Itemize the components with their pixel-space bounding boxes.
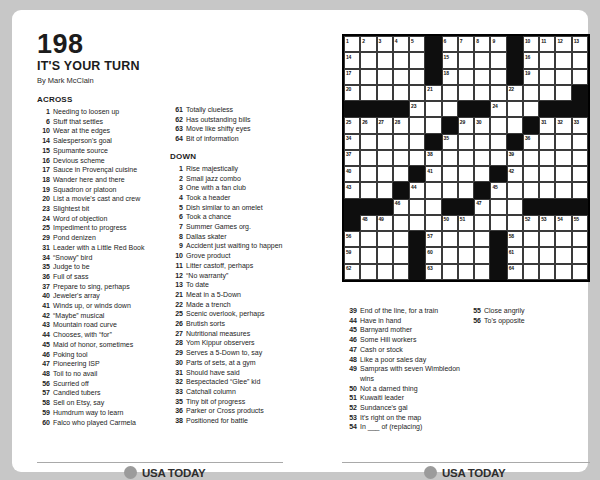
- grid-cell-r14-c1[interactable]: 59: [344, 247, 360, 263]
- clue-number: 57: [37, 388, 50, 398]
- clue-number: 29: [37, 233, 50, 243]
- grid-cell-r9-c6[interactable]: 41: [425, 166, 441, 182]
- grid-cell-r15-c11[interactable]: 64: [507, 264, 523, 280]
- clue-number: 26: [170, 319, 183, 329]
- clue-text: Close angrily: [484, 306, 524, 316]
- grid-cell-r2-c3[interactable]: [377, 52, 393, 68]
- grid-cell-r10-c11[interactable]: [507, 182, 523, 198]
- grid-cell-r11-c6[interactable]: [425, 199, 441, 215]
- grid-cell-r6-c2[interactable]: 26: [360, 117, 376, 133]
- grid-cell-r15-c8[interactable]: [458, 264, 474, 280]
- grid-cell-r4-c12[interactable]: [523, 85, 539, 101]
- grid-cell-r7-c15[interactable]: [572, 134, 588, 150]
- grid-cell-r13-c7[interactable]: [442, 231, 458, 247]
- grid-cell-r7-c4[interactable]: [393, 134, 409, 150]
- grid-cell-r8-c1[interactable]: 37: [344, 150, 360, 166]
- grid-cell-r15-c2[interactable]: [360, 264, 376, 280]
- grid-cell-r4-c14[interactable]: [555, 85, 571, 101]
- grid-cell-r5-c5[interactable]: 23: [409, 101, 425, 117]
- grid-cell-r14-c2[interactable]: [360, 247, 376, 263]
- grid-cell-r1-c12[interactable]: 10: [523, 36, 539, 52]
- grid-cell-r6-c13[interactable]: 31: [539, 117, 555, 133]
- grid-cell-r14-c7[interactable]: [442, 247, 458, 263]
- grid-cell-r9-c9[interactable]: [474, 166, 490, 182]
- clue-number: 44: [344, 316, 357, 326]
- grid-cell-r3-c8[interactable]: [458, 69, 474, 85]
- grid-cell-r7-c1[interactable]: 34: [344, 134, 360, 150]
- grid-cell-r2-c14[interactable]: [555, 52, 571, 68]
- clue-number: 35: [37, 262, 50, 272]
- clue-down-46: 46Some Hill workers: [344, 335, 466, 345]
- grid-cell-r8-c14[interactable]: [555, 150, 571, 166]
- clue-number: 27: [170, 329, 183, 339]
- grid-cell-r12-c5[interactable]: [409, 215, 425, 231]
- cell-number: 23: [411, 103, 416, 109]
- grid-cell-r6-c1[interactable]: 25: [344, 117, 360, 133]
- grid-cell-r5-c7[interactable]: [442, 101, 458, 117]
- grid-cell-r11-c7: [442, 199, 458, 215]
- grid-cell-r4-c8[interactable]: [458, 85, 474, 101]
- grid-cell-r4-c7[interactable]: [442, 85, 458, 101]
- grid-cell-r12-c14[interactable]: 54: [555, 215, 571, 231]
- grid-cell-r8-c15[interactable]: [572, 150, 588, 166]
- usatoday-logo-text: USA TODAY: [442, 467, 505, 479]
- grid-cell-r12-c9[interactable]: [474, 215, 490, 231]
- cell-number: 32: [557, 119, 562, 125]
- clue-text: Dallas skater: [186, 232, 226, 242]
- grid-cell-r3-c2[interactable]: [360, 69, 376, 85]
- grid-cell-r8-c12[interactable]: [523, 150, 539, 166]
- clue-down-10: 10Grove product: [170, 251, 294, 261]
- grid-cell-r7-c13[interactable]: [539, 134, 555, 150]
- cell-number: 39: [509, 151, 514, 157]
- grid-cell-r9-c4[interactable]: [393, 166, 409, 182]
- clue-across-34: 34“Snowy” bird: [37, 253, 171, 263]
- grid-cell-r7-c5[interactable]: [409, 134, 425, 150]
- grid-cell-r3-c10[interactable]: [490, 69, 506, 85]
- grid-cell-r13-c14[interactable]: [555, 231, 571, 247]
- clue-text: Candied tubers: [53, 388, 100, 398]
- grid-cell-r3-c4[interactable]: [393, 69, 409, 85]
- cell-number: 13: [574, 38, 579, 44]
- clue-text: Squadron or platoon: [53, 185, 116, 195]
- clue-number: 1: [37, 107, 50, 117]
- grid-cell-r4-c10[interactable]: [490, 85, 506, 101]
- grid-cell-r9-c14[interactable]: [555, 166, 571, 182]
- grid-cell-r10-c3[interactable]: [377, 182, 393, 198]
- usatoday-logo-text: USA TODAY: [142, 467, 205, 479]
- cell-number: 3: [379, 38, 382, 44]
- clue-number: 17: [37, 165, 50, 175]
- grid-cell-r12-c7[interactable]: 50: [442, 215, 458, 231]
- grid-cell-r10-c2[interactable]: [360, 182, 376, 198]
- cell-number: 59: [346, 249, 351, 255]
- grid-cell-r2-c13[interactable]: [539, 52, 555, 68]
- cell-number: 46: [395, 200, 400, 206]
- grid-cell-r6-c9[interactable]: 30: [474, 117, 490, 133]
- clue-text: Some Hill workers: [360, 335, 416, 345]
- clue-text: Mountain road curve: [53, 320, 117, 330]
- clue-number: 36: [170, 406, 183, 416]
- grid-cell-r8-c13[interactable]: [539, 150, 555, 166]
- clue-down-38: 38Positioned for battle: [170, 416, 294, 426]
- grid-cell-r1-c1[interactable]: 1: [344, 36, 360, 52]
- grid-cell-r8-c10[interactable]: [490, 150, 506, 166]
- usatoday-ball-icon: [124, 466, 137, 479]
- grid-cell-r14-c6[interactable]: 60: [425, 247, 441, 263]
- clue-text: Took a header: [186, 193, 230, 203]
- clue-text: Meat in a 5-Down: [186, 290, 241, 300]
- grid-cell-r2-c5[interactable]: [409, 52, 425, 68]
- grid-cell-r6-c11[interactable]: [507, 117, 523, 133]
- grid-cell-r11-c5[interactable]: [409, 199, 425, 215]
- grid-cell-r11-c4[interactable]: 46: [393, 199, 409, 215]
- cell-number: 29: [460, 119, 465, 125]
- cell-number: 64: [509, 265, 514, 271]
- clue-number: 53: [344, 413, 357, 423]
- grid-cell-r9-c2[interactable]: [360, 166, 376, 182]
- clue-across-62: 62Has outstanding bills: [170, 115, 294, 125]
- clue-across-56: 56Scurried off: [37, 379, 171, 389]
- cell-number: 16: [525, 54, 530, 60]
- grid-cell-r1-c3[interactable]: 3: [377, 36, 393, 52]
- grid-cell-r11-c10[interactable]: [490, 199, 506, 215]
- clue-down-2: 2Small jazz combo: [170, 174, 294, 184]
- grid-cell-r15-c15[interactable]: [572, 264, 588, 280]
- grid-cell-r13-c13[interactable]: [539, 231, 555, 247]
- grid-cell-r2-c12[interactable]: 16: [523, 52, 539, 68]
- grid-cell-r8-c7[interactable]: [442, 150, 458, 166]
- grid-cell-r13-c9[interactable]: [474, 231, 490, 247]
- grid-cell-r4-c5[interactable]: [409, 85, 425, 101]
- grid-cell-r15-c6[interactable]: 63: [425, 264, 441, 280]
- grid-cell-r5-c8: [458, 101, 474, 117]
- clue-across-35: 35Judge to be: [37, 262, 171, 272]
- clue-text: Barnyard mother: [360, 325, 412, 335]
- clue-number: 45: [344, 325, 357, 335]
- clue-number: 42: [37, 311, 50, 321]
- grid-cell-r12-c13[interactable]: 53: [539, 215, 555, 231]
- grid-cell-r11-c2: [360, 199, 376, 215]
- grid-cell-r10-c10[interactable]: 45: [490, 182, 506, 198]
- grid-cell-r1-c7[interactable]: 6: [442, 36, 458, 52]
- grid-cell-r8-c5[interactable]: [409, 150, 425, 166]
- grid-cell-r5-c10[interactable]: 24: [490, 101, 506, 117]
- grid-cell-r15-c1[interactable]: 62: [344, 264, 360, 280]
- grid-cell-r8-c8[interactable]: [458, 150, 474, 166]
- grid-cell-r11-c13: [539, 199, 555, 215]
- clue-across-37: 37Prepare to sing, perhaps: [37, 282, 171, 292]
- grid-cell-r3-c1[interactable]: 17: [344, 69, 360, 85]
- down-clues-column-3: 55Close angrily56To's opposite: [468, 306, 588, 325]
- grid-cell-r10-c9: [474, 182, 490, 198]
- clue-number: 49: [344, 364, 357, 383]
- grid-cell-r5-c12[interactable]: [523, 101, 539, 117]
- grid-cell-r15-c3[interactable]: [377, 264, 393, 280]
- grid-cell-r2-c2[interactable]: [360, 52, 376, 68]
- grid-cell-r14-c9[interactable]: [474, 247, 490, 263]
- clue-text: Not a darned thing: [360, 384, 418, 394]
- grid-cell-r12-c8[interactable]: 51: [458, 215, 474, 231]
- grid-cell-r4-c2[interactable]: [360, 85, 376, 101]
- clue-text: Jeweler's array: [53, 291, 100, 301]
- grid-cell-r8-c9[interactable]: [474, 150, 490, 166]
- grid-cell-r14-c8[interactable]: [458, 247, 474, 263]
- clue-across-29: 29Pond denizen: [37, 233, 171, 243]
- clue-number: 55: [468, 306, 481, 316]
- grid-cell-r14-c4[interactable]: [393, 247, 409, 263]
- grid-cell-r15-c13[interactable]: [539, 264, 555, 280]
- grid-cell-r4-c6[interactable]: 21: [425, 85, 441, 101]
- clue-number: 59: [37, 408, 50, 418]
- grid-cell-r4-c1[interactable]: 20: [344, 85, 360, 101]
- clue-down-3: 3One with a fan club: [170, 183, 294, 193]
- clue-across-43: 43Mountain road curve: [37, 320, 171, 330]
- grid-cell-r7-c14[interactable]: [555, 134, 571, 150]
- cell-number: 6: [444, 38, 447, 44]
- clue-number: 12: [170, 271, 183, 281]
- grid-cell-r4-c3[interactable]: [377, 85, 393, 101]
- grid-cell-r1-c8[interactable]: 7: [458, 36, 474, 52]
- grid-cell-r15-c4[interactable]: [393, 264, 409, 280]
- clue-number: 11: [170, 261, 183, 271]
- grid-cell-r4-c9[interactable]: [474, 85, 490, 101]
- clue-across-20: 20List a movie's cast and crew: [37, 194, 171, 204]
- cell-number: 57: [427, 233, 432, 239]
- down-clue-list-1: 1Rise majestically2Small jazz combo3One …: [170, 164, 294, 426]
- grid-cell-r15-c12[interactable]: [523, 264, 539, 280]
- cell-number: 15: [444, 54, 449, 60]
- grid-cell-r5-c2: [360, 101, 376, 117]
- down-clue-list-2: 39End of the line, for a train44Have in …: [344, 306, 466, 432]
- grid-cell-r5-c3: [377, 101, 393, 117]
- grid-cell-r7-c7[interactable]: 35: [442, 134, 458, 150]
- grid-cell-r2-c9[interactable]: [474, 52, 490, 68]
- grid-cell-r4-c11[interactable]: 22: [507, 85, 523, 101]
- clue-down-12: 12“No warranty”: [170, 271, 294, 281]
- grid-cell-r10-c13[interactable]: [539, 182, 555, 198]
- clue-text: Slightest bit: [53, 204, 89, 214]
- clue-number: 5: [170, 203, 183, 213]
- grid-cell-r14-c12[interactable]: [523, 247, 539, 263]
- grid-cell-r11-c15: [572, 199, 588, 215]
- grid-cell-r7-c8[interactable]: [458, 134, 474, 150]
- clue-down-8: 8Dallas skater: [170, 232, 294, 242]
- grid-cell-r1-c14[interactable]: 12: [555, 36, 571, 52]
- clue-text: Bit of information: [186, 134, 239, 144]
- grid-cell-r6-c6[interactable]: [425, 117, 441, 133]
- grid-cell-r12-c6[interactable]: [425, 215, 441, 231]
- grid-cell-r10-c6[interactable]: [425, 182, 441, 198]
- grid-cell-r4-c13[interactable]: [539, 85, 555, 101]
- clue-across-23: 23Slightest bit: [37, 204, 171, 214]
- grid-cell-r15-c9[interactable]: [474, 264, 490, 280]
- grid-cell-r9-c7[interactable]: [442, 166, 458, 182]
- grid-cell-r13-c15[interactable]: [572, 231, 588, 247]
- clue-across-24: 24Word of objection: [37, 214, 171, 224]
- grid-cell-r13-c6[interactable]: 57: [425, 231, 441, 247]
- grid-cell-r3-c12[interactable]: 19: [523, 69, 539, 85]
- grid-cell-r1-c2[interactable]: 2: [360, 36, 376, 52]
- grid-cell-r12-c3[interactable]: 49: [377, 215, 393, 231]
- puzzle-title: IT'S YOUR TURN: [37, 59, 140, 73]
- grid-cell-r12-c15[interactable]: 55: [572, 215, 588, 231]
- grid-cell-r1-c5[interactable]: 5: [409, 36, 425, 52]
- grid-cell-r11-c14: [555, 199, 571, 215]
- clue-number: 38: [170, 416, 183, 426]
- grid-cell-r6-c5[interactable]: [409, 117, 425, 133]
- cell-number: 12: [557, 38, 562, 44]
- cell-number: 63: [427, 265, 432, 271]
- grid-cell-r14-c15[interactable]: [572, 247, 588, 263]
- clue-text: Bespectacled “Glee” kid: [186, 377, 260, 387]
- grid-cell-r9-c15[interactable]: [572, 166, 588, 182]
- grid-cell-r9-c1[interactable]: 40: [344, 166, 360, 182]
- clue-text: Dish similar to an omelet: [186, 203, 263, 213]
- cell-number: 7: [460, 38, 463, 44]
- grid-cell-r7-c9[interactable]: [474, 134, 490, 150]
- clue-number: 13: [170, 280, 183, 290]
- grid-cell-r14-c14[interactable]: [555, 247, 571, 263]
- grid-cell-r14-c11[interactable]: 61: [507, 247, 523, 263]
- clue-text: Accident just waiting to happen: [186, 241, 283, 251]
- grid-cell-r1-c4[interactable]: 4: [393, 36, 409, 52]
- grid-cell-r11-c11[interactable]: [507, 199, 523, 215]
- clue-down-36: 36Parker or Cross products: [170, 406, 294, 416]
- grid-cell-r9-c8[interactable]: [458, 166, 474, 182]
- cell-number: 11: [541, 38, 546, 44]
- grid-cell-r2-c7[interactable]: 15: [442, 52, 458, 68]
- grid-cell-r2-c10[interactable]: [490, 52, 506, 68]
- grid-cell-r13-c3[interactable]: [377, 231, 393, 247]
- grid-cell-r6-c14[interactable]: 32: [555, 117, 571, 133]
- clue-across-61: 61Totally clueless: [170, 105, 294, 115]
- clue-number: 50: [344, 384, 357, 394]
- clue-across-17: 17Sauce in Provençal cuisine: [37, 165, 171, 175]
- grid-cell-r6-c8[interactable]: 29: [458, 117, 474, 133]
- clue-text: In ___ of (replacing): [360, 422, 422, 432]
- clue-text: To date: [186, 280, 209, 290]
- grid-cell-r10-c7[interactable]: [442, 182, 458, 198]
- grid-cell-r11-c9[interactable]: 47: [474, 199, 490, 215]
- grid-cell-r13-c12[interactable]: [523, 231, 539, 247]
- grid-cell-r3-c3[interactable]: [377, 69, 393, 85]
- grid-cell-r8-c4[interactable]: [393, 150, 409, 166]
- grid-cell-r15-c7[interactable]: [442, 264, 458, 280]
- grid-cell-r10-c15[interactable]: [572, 182, 588, 198]
- grid-cell-r2-c15[interactable]: [572, 52, 588, 68]
- clue-text: Tiny bit of progress: [186, 397, 245, 407]
- grid-cell-r7-c12[interactable]: 36: [523, 134, 539, 150]
- grid-cell-r7-c10[interactable]: [490, 134, 506, 150]
- clue-text: Brutish sorts: [186, 319, 225, 329]
- grid-cell-r15-c14[interactable]: [555, 264, 571, 280]
- grid-cell-r5-c11[interactable]: [507, 101, 523, 117]
- grid-cell-r6-c4[interactable]: 28: [393, 117, 409, 133]
- clue-text: End of the line, for a train: [360, 306, 438, 316]
- cell-number: 61: [509, 249, 514, 255]
- grid-cell-r10-c12[interactable]: [523, 182, 539, 198]
- clue-number: 47: [37, 359, 50, 369]
- grid-cell-r12-c4[interactable]: [393, 215, 409, 231]
- grid-cell-r1-c15[interactable]: 13: [572, 36, 588, 52]
- grid-cell-r3-c13[interactable]: [539, 69, 555, 85]
- grid-cell-r9-c13[interactable]: [539, 166, 555, 182]
- grid-cell-r10-c14[interactable]: [555, 182, 571, 198]
- clue-text: Chooses, with “for”: [53, 330, 112, 340]
- clue-down-6: 6Took a chance: [170, 212, 294, 222]
- grid-cell-r6-c15[interactable]: 33: [572, 117, 588, 133]
- footer-rule-left: [37, 462, 283, 463]
- grid-cell-r3-c7[interactable]: 18: [442, 69, 458, 85]
- grid-cell-r5-c13: [539, 101, 555, 117]
- cell-number: 42: [509, 168, 514, 174]
- clue-number: 40: [37, 291, 50, 301]
- grid-cell-r2-c8[interactable]: [458, 52, 474, 68]
- grid-cell-r8-c3[interactable]: [377, 150, 393, 166]
- grid-cell-r5-c6[interactable]: [425, 101, 441, 117]
- grid-cell-r12-c10[interactable]: [490, 215, 506, 231]
- grid-cell-r12-c2[interactable]: 48: [360, 215, 376, 231]
- grid-cell-r3-c15[interactable]: [572, 69, 588, 85]
- grid-cell-r8-c11[interactable]: 39: [507, 150, 523, 166]
- clue-text: Positioned for battle: [186, 416, 248, 426]
- grid-cell-r12-c12[interactable]: 52: [523, 215, 539, 231]
- grid-cell-r8-c6[interactable]: 38: [425, 150, 441, 166]
- clue-number: 45: [37, 340, 50, 350]
- grid-cell-r2-c1[interactable]: 14: [344, 52, 360, 68]
- grid-cell-r1-c10[interactable]: 9: [490, 36, 506, 52]
- grid-cell-r14-c13[interactable]: [539, 247, 555, 263]
- grid-cell-r9-c12[interactable]: [523, 166, 539, 182]
- grid-cell-r4-c4[interactable]: [393, 85, 409, 101]
- grid-cell-r1-c9[interactable]: 8: [474, 36, 490, 52]
- clue-text: Scurried off: [53, 379, 89, 389]
- grid-cell-r8-c2[interactable]: [360, 150, 376, 166]
- grid-cell-r9-c11[interactable]: 42: [507, 166, 523, 182]
- grid-cell-r6-c10[interactable]: [490, 117, 506, 133]
- grid-cell-r10-c8[interactable]: [458, 182, 474, 198]
- cell-number: 14: [346, 54, 351, 60]
- grid-cell-r3-c5[interactable]: [409, 69, 425, 85]
- grid-cell-r13-c4[interactable]: [393, 231, 409, 247]
- clue-text: Toil to no avail: [53, 369, 97, 379]
- grid-cell-r3-c9[interactable]: [474, 69, 490, 85]
- grid-cell-r2-c4[interactable]: [393, 52, 409, 68]
- grid-cell-r10-c5[interactable]: 44: [409, 182, 425, 198]
- cell-number: 33: [574, 119, 579, 125]
- cell-number: 10: [525, 38, 530, 44]
- clue-number: 56: [37, 379, 50, 389]
- grid-cell-r12-c11[interactable]: [507, 215, 523, 231]
- grid-cell-r3-c14[interactable]: [555, 69, 571, 85]
- grid-cell-r6-c3[interactable]: 27: [377, 117, 393, 133]
- cell-number: 54: [557, 216, 562, 222]
- grid-cell-r14-c3[interactable]: [377, 247, 393, 263]
- grid-cell-r10-c1[interactable]: 43: [344, 182, 360, 198]
- grid-cell-r13-c1[interactable]: 56: [344, 231, 360, 247]
- grid-cell-r13-c11[interactable]: 58: [507, 231, 523, 247]
- grid-cell-r13-c8[interactable]: [458, 231, 474, 247]
- clue-text: Cash or stock: [360, 345, 403, 355]
- grid-cell-r7-c2[interactable]: [360, 134, 376, 150]
- grid-cell-r9-c3[interactable]: [377, 166, 393, 182]
- clue-number: 25: [37, 223, 50, 233]
- grid-cell-r7-c3[interactable]: [377, 134, 393, 150]
- clue-number: 2: [170, 174, 183, 184]
- grid-cell-r13-c2[interactable]: [360, 231, 376, 247]
- grid-cell-r1-c13[interactable]: 11: [539, 36, 555, 52]
